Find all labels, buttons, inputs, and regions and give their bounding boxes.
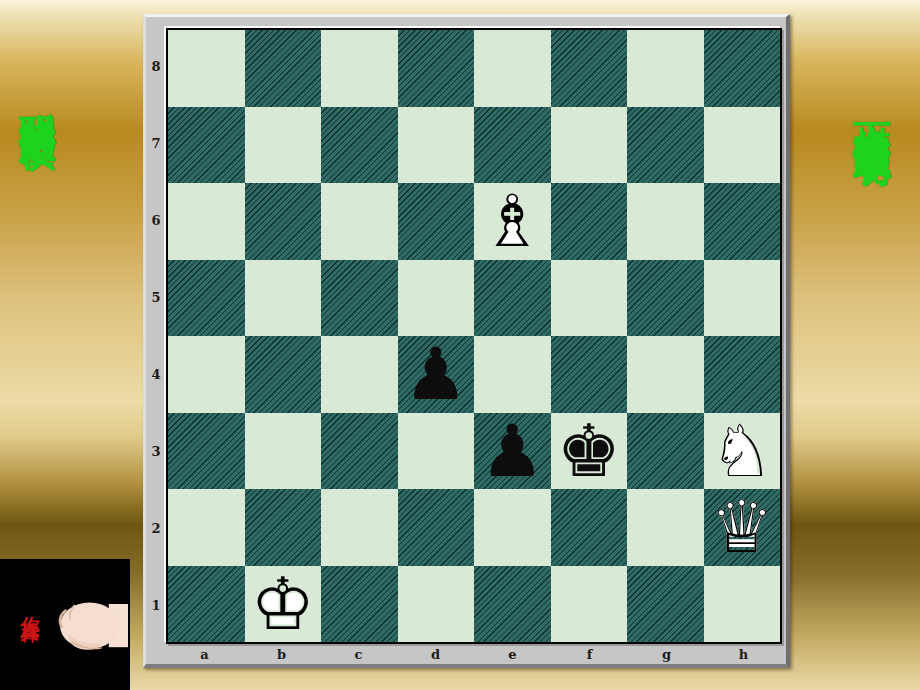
black-pawn-glyph: ♟ bbox=[480, 415, 545, 487]
square-b4[interactable] bbox=[245, 336, 322, 413]
rank-label-7: 7 bbox=[146, 105, 166, 182]
piece-black-pawn-e3[interactable]: ♟ bbox=[474, 413, 551, 490]
rank-labels: 87654321 bbox=[146, 28, 166, 644]
square-f5[interactable] bbox=[551, 260, 628, 337]
square-d3[interactable] bbox=[398, 413, 475, 490]
square-a7[interactable] bbox=[168, 107, 245, 184]
square-e1[interactable] bbox=[474, 566, 551, 643]
praise-badge: 你真棒 bbox=[0, 559, 130, 690]
square-h8[interactable] bbox=[704, 30, 781, 107]
square-c1[interactable] bbox=[321, 566, 398, 643]
rank-label-6: 6 bbox=[146, 182, 166, 259]
file-label-f: f bbox=[551, 647, 628, 667]
chess-board: ♝♗♟♟♚♞♘♛♕♚♔ bbox=[166, 28, 782, 644]
file-label-d: d bbox=[397, 647, 474, 667]
file-label-c: c bbox=[320, 647, 397, 667]
black-king-glyph: ♚ bbox=[556, 415, 621, 487]
left-caption: 聪明的孩子爱下棋 bbox=[13, 84, 63, 108]
rank-label-2: 2 bbox=[146, 490, 166, 567]
square-b8[interactable] bbox=[245, 30, 322, 107]
square-a4[interactable] bbox=[168, 336, 245, 413]
square-a2[interactable] bbox=[168, 489, 245, 566]
square-c7[interactable] bbox=[321, 107, 398, 184]
square-b6[interactable] bbox=[245, 183, 322, 260]
square-f8[interactable] bbox=[551, 30, 628, 107]
square-g5[interactable] bbox=[627, 260, 704, 337]
fist-icon bbox=[48, 585, 128, 663]
square-f2[interactable] bbox=[551, 489, 628, 566]
file-label-e: e bbox=[474, 647, 551, 667]
square-e7[interactable] bbox=[474, 107, 551, 184]
square-e8[interactable] bbox=[474, 30, 551, 107]
square-e4[interactable] bbox=[474, 336, 551, 413]
rank-label-3: 3 bbox=[146, 413, 166, 490]
square-a8[interactable] bbox=[168, 30, 245, 107]
white-king-outline: ♔ bbox=[250, 568, 315, 640]
file-label-a: a bbox=[166, 647, 243, 667]
square-e2[interactable] bbox=[474, 489, 551, 566]
square-c5[interactable] bbox=[321, 260, 398, 337]
square-g8[interactable] bbox=[627, 30, 704, 107]
rank-label-4: 4 bbox=[146, 336, 166, 413]
piece-black-king-f3[interactable]: ♚ bbox=[551, 413, 628, 490]
piece-white-king-b1[interactable]: ♚♔ bbox=[245, 566, 322, 643]
square-g3[interactable] bbox=[627, 413, 704, 490]
square-h1[interactable] bbox=[704, 566, 781, 643]
square-h6[interactable] bbox=[704, 183, 781, 260]
square-f4[interactable] bbox=[551, 336, 628, 413]
file-labels: abcdefgh bbox=[166, 647, 782, 667]
praise-text: 你真棒 bbox=[18, 601, 44, 613]
square-a6[interactable] bbox=[168, 183, 245, 260]
square-d6[interactable] bbox=[398, 183, 475, 260]
piece-black-pawn-d4[interactable]: ♟ bbox=[398, 336, 475, 413]
square-g2[interactable] bbox=[627, 489, 704, 566]
square-c2[interactable] bbox=[321, 489, 398, 566]
square-f6[interactable] bbox=[551, 183, 628, 260]
square-h5[interactable] bbox=[704, 260, 781, 337]
square-h2[interactable]: ♛♕ bbox=[704, 489, 781, 566]
square-a1[interactable] bbox=[168, 566, 245, 643]
square-g4[interactable] bbox=[627, 336, 704, 413]
square-c3[interactable] bbox=[321, 413, 398, 490]
square-e5[interactable] bbox=[474, 260, 551, 337]
square-f1[interactable] bbox=[551, 566, 628, 643]
right-caption: 下棋的孩子更聪明 bbox=[846, 92, 897, 124]
rank-label-8: 8 bbox=[146, 28, 166, 105]
square-d5[interactable] bbox=[398, 260, 475, 337]
rank-label-5: 5 bbox=[146, 259, 166, 336]
square-e6[interactable]: ♝♗ bbox=[474, 183, 551, 260]
square-a5[interactable] bbox=[168, 260, 245, 337]
chess-board-frame: 87654321 ♝♗♟♟♚♞♘♛♕♚♔ abcdefgh bbox=[143, 14, 790, 668]
square-b3[interactable] bbox=[245, 413, 322, 490]
square-e3[interactable]: ♟ bbox=[474, 413, 551, 490]
file-label-b: b bbox=[243, 647, 320, 667]
rank-label-1: 1 bbox=[146, 567, 166, 644]
square-h4[interactable] bbox=[704, 336, 781, 413]
square-d7[interactable] bbox=[398, 107, 475, 184]
square-b2[interactable] bbox=[245, 489, 322, 566]
white-knight-outline: ♘ bbox=[709, 415, 774, 487]
square-g7[interactable] bbox=[627, 107, 704, 184]
square-f7[interactable] bbox=[551, 107, 628, 184]
piece-white-knight-h3[interactable]: ♞♘ bbox=[704, 413, 781, 490]
square-d2[interactable] bbox=[398, 489, 475, 566]
file-label-g: g bbox=[628, 647, 705, 667]
square-b7[interactable] bbox=[245, 107, 322, 184]
square-d4[interactable]: ♟ bbox=[398, 336, 475, 413]
piece-white-bishop-e6[interactable]: ♝♗ bbox=[474, 183, 551, 260]
square-c6[interactable] bbox=[321, 183, 398, 260]
square-g1[interactable] bbox=[627, 566, 704, 643]
square-b1[interactable]: ♚♔ bbox=[245, 566, 322, 643]
square-d8[interactable] bbox=[398, 30, 475, 107]
square-g6[interactable] bbox=[627, 183, 704, 260]
square-f3[interactable]: ♚ bbox=[551, 413, 628, 490]
square-a3[interactable] bbox=[168, 413, 245, 490]
piece-white-queen-h2[interactable]: ♛♕ bbox=[704, 489, 781, 566]
white-queen-outline: ♕ bbox=[709, 491, 774, 563]
square-d1[interactable] bbox=[398, 566, 475, 643]
square-h7[interactable] bbox=[704, 107, 781, 184]
black-pawn-glyph: ♟ bbox=[403, 338, 468, 410]
file-label-h: h bbox=[705, 647, 782, 667]
square-b5[interactable] bbox=[245, 260, 322, 337]
square-c8[interactable] bbox=[321, 30, 398, 107]
square-c4[interactable] bbox=[321, 336, 398, 413]
white-bishop-outline: ♗ bbox=[480, 185, 545, 257]
square-h3[interactable]: ♞♘ bbox=[704, 413, 781, 490]
